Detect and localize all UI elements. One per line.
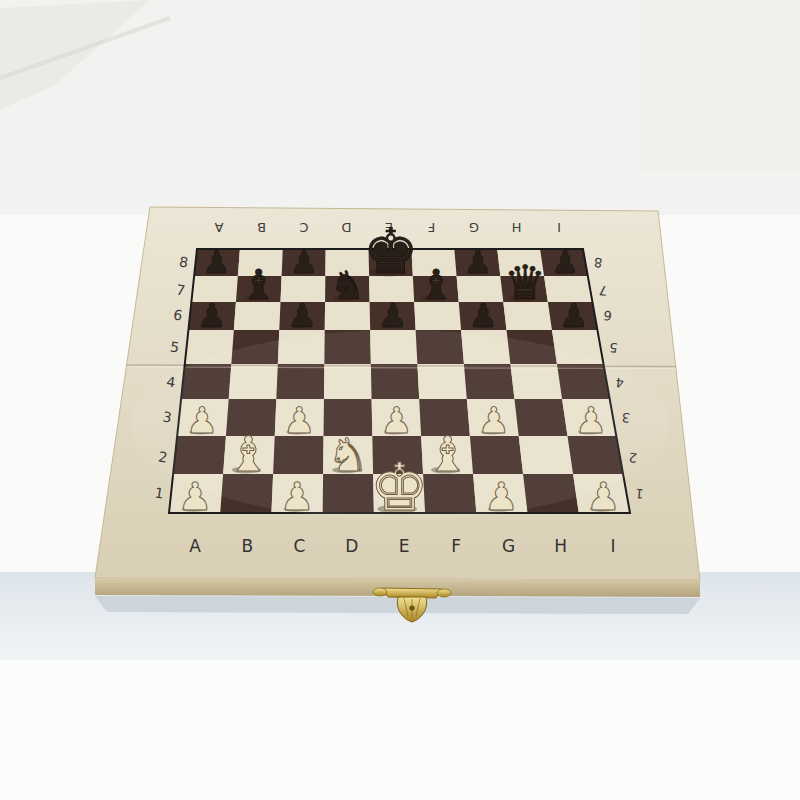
rank-label-right-2: 2 xyxy=(628,450,638,466)
piece-b2-white-bishop: ♝ xyxy=(227,426,271,482)
piece-a8-black-pawn: ♟ xyxy=(203,244,231,280)
file-label-top-F: F xyxy=(428,220,435,235)
file-label-bottom-A: A xyxy=(189,536,201,556)
file-label-bottom-D: D xyxy=(345,536,358,556)
backdrop-right xyxy=(640,0,800,170)
file-label-bottom-H: H xyxy=(554,536,567,556)
piece-f7-black-bishop: ♝ xyxy=(417,260,454,309)
rank-label-right-3: 3 xyxy=(621,410,631,426)
rank-label-right-6: 6 xyxy=(603,308,613,324)
file-label-top-A: A xyxy=(214,220,223,235)
chess-set-photo: chess ABCDEFGHIABCDEFGHI8765432187654321… xyxy=(0,0,800,800)
piece-d7-black-knight: ♞ xyxy=(330,262,366,308)
piece-g6-black-pawn: ♟ xyxy=(468,296,498,335)
piece-e3-white-pawn: ♟ xyxy=(380,399,413,442)
chess-board-photo: ABCDEFGHIABCDEFGHI8765432187654321♟♟♚♟♟♝… xyxy=(0,0,800,800)
rank-label-right-8: 8 xyxy=(593,255,603,271)
piece-d2-white-knight: ♞ xyxy=(327,428,369,482)
piece-g8-black-pawn: ♟ xyxy=(464,244,492,280)
piece-i3-white-pawn: ♟ xyxy=(575,399,608,442)
piece-c8-black-pawn: ♟ xyxy=(290,244,318,280)
piece-a1-white-pawn: ♟ xyxy=(178,474,213,519)
piece-h7-black-queen: ♛ xyxy=(504,255,546,310)
piece-g1-white-pawn: ♟ xyxy=(484,474,519,519)
piece-g3-white-pawn: ♟ xyxy=(477,399,510,442)
piece-a3-white-pawn: ♟ xyxy=(186,399,219,442)
file-label-top-C: C xyxy=(299,220,308,235)
piece-a6-black-pawn: ♟ xyxy=(197,296,227,335)
file-label-top-G: G xyxy=(469,220,479,235)
piece-e1-white-king: ♚ xyxy=(370,449,429,526)
piece-c3-white-pawn: ♟ xyxy=(283,399,316,442)
file-label-bottom-B: B xyxy=(241,536,253,556)
piece-e6-black-pawn: ♟ xyxy=(378,296,408,335)
piece-i1-white-pawn: ♟ xyxy=(586,474,621,519)
rank-label-right-1: 1 xyxy=(634,486,644,502)
file-label-bottom-C: C xyxy=(294,536,306,556)
file-label-bottom-F: F xyxy=(451,536,461,556)
rank-label-right-7: 7 xyxy=(598,283,608,299)
piece-c1-white-pawn: ♟ xyxy=(280,474,315,519)
rank-label-right-5: 5 xyxy=(608,340,618,356)
rank-label-right-4: 4 xyxy=(615,375,625,391)
file-label-bottom-E: E xyxy=(399,536,410,556)
file-label-top-H: H xyxy=(512,220,522,235)
piece-e8-black-king: ♚ xyxy=(363,215,419,288)
piece-i8-black-pawn: ♟ xyxy=(551,244,579,280)
piece-f2-white-bishop: ♝ xyxy=(426,426,470,482)
file-label-bottom-G: G xyxy=(502,536,515,556)
piece-c6-black-pawn: ♟ xyxy=(287,296,317,335)
piece-i6-black-pawn: ♟ xyxy=(559,296,589,335)
file-label-top-D: D xyxy=(341,220,351,235)
file-label-top-I: I xyxy=(557,220,561,235)
backdrop-bottom xyxy=(0,660,800,800)
file-label-top-B: B xyxy=(257,220,266,235)
file-label-bottom-I: I xyxy=(610,536,615,556)
piece-b7-black-bishop: ♝ xyxy=(240,260,277,309)
